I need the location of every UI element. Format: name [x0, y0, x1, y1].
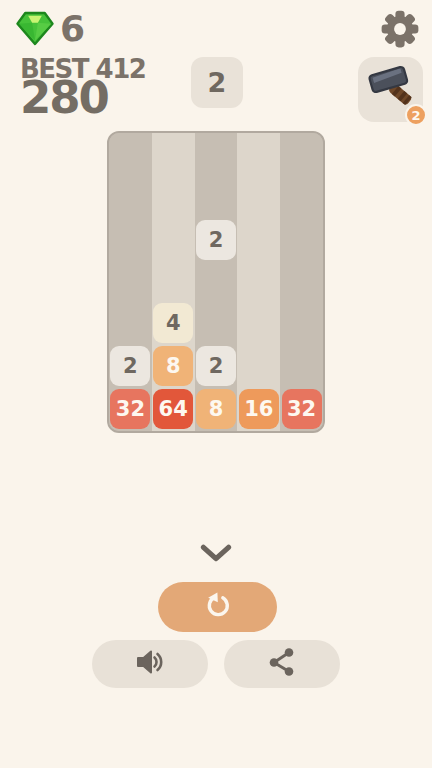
current-score: 280 — [20, 71, 108, 124]
tile-8: 8 — [153, 346, 193, 386]
tile-32: 32 — [282, 389, 322, 429]
next-tile-value: 2 — [208, 67, 227, 98]
chevron-down-icon — [200, 548, 232, 567]
share-button[interactable] — [224, 640, 340, 688]
game-board[interactable]: 32648163228242 — [107, 131, 325, 433]
tile-2: 2 — [196, 220, 236, 260]
share-icon — [266, 646, 298, 682]
sound-toggle-button[interactable] — [92, 640, 208, 688]
tile-2: 2 — [110, 346, 150, 386]
undo-icon — [202, 589, 234, 625]
hammer-count-badge: 2 — [405, 104, 427, 126]
tile-16: 16 — [239, 389, 279, 429]
speaker-icon — [134, 646, 166, 682]
gem-icon — [15, 11, 55, 46]
next-tile-preview: 2 — [191, 57, 243, 108]
tile-4: 4 — [153, 303, 193, 343]
board-tiles: 32648163228242 — [109, 133, 323, 431]
tile-8: 8 — [196, 389, 236, 429]
undo-button[interactable] — [158, 582, 277, 632]
tile-32: 32 — [110, 389, 150, 429]
hammer-powerup-button[interactable]: 2 — [358, 57, 423, 122]
collapse-controls-button[interactable] — [200, 543, 232, 563]
tile-64: 64 — [153, 389, 193, 429]
gear-icon — [379, 35, 421, 54]
tile-2: 2 — [196, 346, 236, 386]
hammer-count: 2 — [411, 108, 420, 123]
settings-button[interactable] — [379, 8, 421, 50]
gem-count: 6 — [60, 8, 85, 49]
